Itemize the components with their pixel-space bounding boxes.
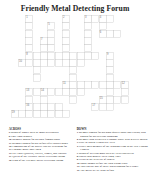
grid-blank bbox=[84, 67, 91, 74]
grid-cell[interactable] bbox=[70, 59, 77, 66]
grid-cell[interactable]: 6 bbox=[99, 30, 106, 37]
grid-blank bbox=[92, 111, 99, 118]
grid-cell[interactable] bbox=[77, 81, 84, 88]
grid-blank bbox=[121, 23, 128, 30]
grid-blank bbox=[26, 74, 33, 81]
grid-blank bbox=[18, 81, 25, 88]
grid-cell[interactable] bbox=[48, 103, 55, 110]
grid-cell[interactable] bbox=[70, 89, 77, 96]
across-clue-column: ACROSS 5 Brand of digger used by most de… bbox=[9, 127, 75, 161]
grid-cell[interactable] bbox=[26, 111, 33, 118]
grid-blank bbox=[128, 111, 135, 118]
grid-blank bbox=[114, 103, 121, 110]
grid-cell[interactable] bbox=[26, 45, 33, 52]
grid-cell[interactable] bbox=[26, 30, 33, 37]
grid-blank bbox=[11, 81, 18, 88]
grid-blank bbox=[106, 111, 113, 118]
grid-blank bbox=[33, 81, 40, 88]
grid-blank bbox=[121, 30, 128, 37]
grid-blank bbox=[55, 23, 62, 30]
grid-blank bbox=[128, 45, 135, 52]
grid-cell[interactable]: 4 bbox=[99, 15, 106, 22]
clue-number: 15 bbox=[100, 96, 103, 99]
grid-cell[interactable] bbox=[55, 89, 62, 96]
grid-cell[interactable]: 12 bbox=[121, 81, 128, 88]
grid-blank bbox=[70, 103, 77, 110]
grid-blank bbox=[11, 74, 18, 81]
grid-blank bbox=[55, 74, 62, 81]
grid-cell[interactable] bbox=[48, 111, 55, 118]
grid-blank bbox=[99, 52, 106, 59]
grid-blank bbox=[55, 15, 62, 22]
grid-cell[interactable] bbox=[99, 81, 106, 88]
grid-blank bbox=[26, 67, 33, 74]
grid-blank bbox=[48, 96, 55, 103]
grid-blank bbox=[92, 89, 99, 96]
grid-blank bbox=[33, 37, 40, 44]
grid-blank bbox=[92, 59, 99, 66]
grid-cell[interactable] bbox=[33, 52, 40, 59]
grid-cell[interactable] bbox=[40, 96, 47, 103]
grid-cell[interactable] bbox=[26, 59, 33, 66]
grid-blank bbox=[18, 89, 25, 96]
grid-blank bbox=[70, 15, 77, 22]
grid-blank bbox=[106, 45, 113, 52]
grid-cell[interactable] bbox=[48, 59, 55, 66]
clue-number: 14 bbox=[41, 89, 44, 92]
grid-blank bbox=[114, 74, 121, 81]
clue-number: 3 bbox=[85, 16, 86, 19]
grid-blank bbox=[77, 15, 84, 22]
grid-blank bbox=[77, 74, 84, 81]
grid-blank bbox=[136, 74, 143, 81]
grid-cell[interactable] bbox=[114, 96, 121, 103]
grid-cell[interactable] bbox=[92, 52, 99, 59]
grid-blank bbox=[136, 96, 143, 103]
clue-number: 9 bbox=[107, 52, 108, 55]
clue-number: 5 bbox=[48, 23, 49, 26]
grid-cell[interactable] bbox=[84, 23, 91, 30]
grid-cell[interactable] bbox=[62, 52, 69, 59]
clue-number: 4 bbox=[100, 16, 101, 19]
grid-blank bbox=[62, 67, 69, 74]
grid-blank bbox=[11, 23, 18, 30]
grid-cell[interactable] bbox=[55, 103, 62, 110]
grid-cell[interactable] bbox=[40, 45, 47, 52]
grid-cell[interactable]: 3 bbox=[84, 15, 91, 22]
grid-cell[interactable] bbox=[40, 59, 47, 66]
grid-blank bbox=[92, 96, 99, 103]
grid-cell[interactable]: 1 bbox=[26, 15, 33, 22]
grid-blank bbox=[18, 67, 25, 74]
grid-blank bbox=[33, 45, 40, 52]
grid-cell[interactable]: 15 bbox=[99, 96, 106, 103]
grid-blank bbox=[77, 45, 84, 52]
grid-blank bbox=[77, 96, 84, 103]
page-title: Friendly Metal Detecting Forum bbox=[0, 4, 150, 13]
grid-blank bbox=[84, 89, 91, 96]
grid-cell[interactable] bbox=[40, 103, 47, 110]
grid-blank bbox=[11, 45, 18, 52]
grid-blank bbox=[84, 103, 91, 110]
grid-cell[interactable]: 19 bbox=[11, 111, 18, 118]
grid-cell[interactable] bbox=[70, 52, 77, 59]
grid-blank bbox=[40, 81, 47, 88]
grid-blank bbox=[18, 103, 25, 110]
grid-blank bbox=[55, 37, 62, 44]
grid-cell[interactable] bbox=[121, 96, 128, 103]
grid-blank bbox=[136, 23, 143, 30]
grid-cell[interactable] bbox=[26, 96, 33, 103]
grid-blank bbox=[106, 37, 113, 44]
grid-blank bbox=[18, 30, 25, 37]
grid-cell[interactable] bbox=[106, 96, 113, 103]
grid-blank bbox=[33, 30, 40, 37]
grid-blank bbox=[121, 103, 128, 110]
grid-cell[interactable] bbox=[40, 111, 47, 118]
grid-cell[interactable] bbox=[84, 45, 91, 52]
clue-number: 13 bbox=[26, 89, 29, 92]
grid-cell[interactable] bbox=[77, 52, 84, 59]
grid-cell[interactable] bbox=[62, 37, 69, 44]
grid-cell[interactable] bbox=[62, 111, 69, 118]
grid-cell[interactable]: 10 bbox=[18, 59, 25, 66]
grid-cell[interactable]: 16 bbox=[26, 103, 33, 110]
grid-blank bbox=[84, 59, 91, 66]
grid-blank bbox=[121, 74, 128, 81]
grid-blank bbox=[55, 81, 62, 88]
grid-blank bbox=[55, 96, 62, 103]
clue-number: 12 bbox=[122, 82, 125, 85]
grid-cell[interactable] bbox=[18, 111, 25, 118]
grid-blank bbox=[92, 23, 99, 30]
grid-cell[interactable] bbox=[62, 89, 69, 96]
clue-number: 6 bbox=[100, 30, 101, 33]
grid-blank bbox=[121, 15, 128, 22]
grid-cell[interactable] bbox=[92, 81, 99, 88]
grid-blank bbox=[11, 30, 18, 37]
grid-blank bbox=[136, 111, 143, 118]
grid-blank bbox=[48, 74, 55, 81]
grid-cell[interactable] bbox=[99, 23, 106, 30]
grid-cell[interactable] bbox=[62, 59, 69, 66]
grid-cell[interactable] bbox=[106, 81, 113, 88]
grid-blank bbox=[128, 52, 135, 59]
grid-cell[interactable] bbox=[62, 45, 69, 52]
grid-blank bbox=[136, 59, 143, 66]
grid-cell[interactable] bbox=[48, 89, 55, 96]
grid-blank bbox=[84, 111, 91, 118]
grid-blank bbox=[11, 37, 18, 44]
grid-blank bbox=[121, 45, 128, 52]
crossword-grid: 123456789101112131415161719 bbox=[11, 15, 143, 118]
grid-blank bbox=[99, 89, 106, 96]
grid-blank bbox=[121, 67, 128, 74]
grid-blank bbox=[128, 74, 135, 81]
grid-blank bbox=[114, 23, 121, 30]
grid-cell[interactable] bbox=[84, 30, 91, 37]
grid-cell[interactable] bbox=[99, 103, 106, 110]
grid-cell[interactable] bbox=[106, 103, 113, 110]
grid-cell[interactable] bbox=[106, 89, 113, 96]
grid-cell[interactable] bbox=[106, 30, 113, 37]
grid-cell[interactable] bbox=[26, 37, 33, 44]
grid-cell[interactable] bbox=[33, 103, 40, 110]
grid-cell[interactable] bbox=[55, 59, 62, 66]
grid-cell[interactable] bbox=[70, 96, 77, 103]
clue-item-number: 15 bbox=[77, 168, 81, 171]
grid-blank bbox=[11, 15, 18, 22]
grid-blank bbox=[70, 23, 77, 30]
grid-cell[interactable]: 13 bbox=[26, 89, 33, 96]
grid-blank bbox=[128, 30, 135, 37]
grid-blank bbox=[114, 45, 121, 52]
grid-blank bbox=[114, 67, 121, 74]
grid-blank bbox=[136, 89, 143, 96]
grid-cell[interactable] bbox=[106, 67, 113, 74]
grid-blank bbox=[48, 67, 55, 74]
grid-blank bbox=[136, 30, 143, 37]
grid-blank bbox=[92, 74, 99, 81]
grid-blank bbox=[11, 96, 18, 103]
grid-blank bbox=[33, 96, 40, 103]
grid-cell[interactable] bbox=[48, 52, 55, 59]
grid-blank bbox=[77, 30, 84, 37]
grid-cell[interactable] bbox=[62, 30, 69, 37]
grid-blank bbox=[136, 52, 143, 59]
grid-blank bbox=[128, 89, 135, 96]
grid-blank bbox=[114, 37, 121, 44]
grid-cell[interactable] bbox=[33, 111, 40, 118]
grid-blank bbox=[136, 37, 143, 44]
grid-cell[interactable] bbox=[84, 52, 91, 59]
grid-blank bbox=[77, 103, 84, 110]
grid-blank bbox=[99, 74, 106, 81]
grid-blank bbox=[121, 111, 128, 118]
grid-cell[interactable] bbox=[33, 59, 40, 66]
grid-blank bbox=[128, 96, 135, 103]
grid-cell[interactable] bbox=[33, 67, 40, 74]
grid-blank bbox=[62, 74, 69, 81]
clue-number: 16 bbox=[26, 104, 29, 107]
grid-cell[interactable]: 8 bbox=[26, 52, 33, 59]
grid-blank bbox=[121, 52, 128, 59]
grid-cell[interactable] bbox=[40, 52, 47, 59]
clue-item: 15 The metal we all want to find bbox=[77, 168, 148, 171]
grid-blank bbox=[128, 103, 135, 110]
grid-cell[interactable] bbox=[114, 81, 121, 88]
grid-blank bbox=[136, 81, 143, 88]
grid-blank bbox=[40, 23, 47, 30]
grid-blank bbox=[128, 81, 135, 88]
grid-blank bbox=[128, 15, 135, 22]
clue-item-number: 4 bbox=[77, 144, 79, 147]
grid-blank bbox=[121, 37, 128, 44]
grid-blank bbox=[11, 103, 18, 110]
grid-blank bbox=[114, 15, 121, 22]
grid-blank bbox=[136, 45, 143, 52]
grid-cell[interactable] bbox=[55, 52, 62, 59]
grid-blank bbox=[18, 52, 25, 59]
grid-cell[interactable] bbox=[48, 37, 55, 44]
grid-blank bbox=[33, 15, 40, 22]
grid-cell[interactable] bbox=[33, 74, 40, 81]
across-clue-list: 5 Brand of digger used by most detectori… bbox=[9, 131, 75, 162]
grid-blank bbox=[18, 45, 25, 52]
grid-cell[interactable] bbox=[55, 111, 62, 118]
grid-cell[interactable] bbox=[84, 81, 91, 88]
grid-blank bbox=[62, 96, 69, 103]
grid-blank bbox=[55, 67, 62, 74]
grid-cell[interactable] bbox=[70, 74, 77, 81]
grid-cell[interactable]: 7 bbox=[40, 37, 47, 44]
grid-cell[interactable]: 5 bbox=[48, 23, 55, 30]
grid-blank bbox=[92, 37, 99, 44]
grid-cell[interactable] bbox=[106, 15, 113, 22]
grid-blank bbox=[136, 15, 143, 22]
grid-blank bbox=[11, 89, 18, 96]
grid-blank bbox=[77, 37, 84, 44]
grid-cell[interactable] bbox=[77, 89, 84, 96]
grid-blank bbox=[99, 45, 106, 52]
grid-blank bbox=[18, 74, 25, 81]
grid-cell[interactable]: 2 bbox=[62, 15, 69, 22]
grid-blank bbox=[92, 45, 99, 52]
grid-blank bbox=[128, 59, 135, 66]
grid-blank bbox=[55, 30, 62, 37]
grid-blank bbox=[77, 23, 84, 30]
grid-cell[interactable] bbox=[62, 23, 69, 30]
grid-blank bbox=[92, 30, 99, 37]
grid-blank bbox=[40, 15, 47, 22]
grid-blank bbox=[70, 45, 77, 52]
grid-cell[interactable] bbox=[70, 81, 77, 88]
grid-blank bbox=[114, 59, 121, 66]
clue-number: 2 bbox=[63, 16, 64, 19]
grid-cell[interactable] bbox=[84, 37, 91, 44]
clue-item-number: 19 bbox=[9, 158, 13, 161]
crossword-page: Friendly Metal Detecting Forum 123456789… bbox=[0, 0, 150, 187]
grid-blank bbox=[18, 37, 25, 44]
grid-blank bbox=[128, 37, 135, 44]
grid-cell[interactable]: 14 bbox=[40, 89, 47, 96]
grid-blank bbox=[11, 59, 18, 66]
grid-blank bbox=[84, 74, 91, 81]
grid-blank bbox=[11, 52, 18, 59]
clue-number: 1 bbox=[26, 16, 27, 19]
grid-cell[interactable] bbox=[106, 74, 113, 81]
grid-blank bbox=[70, 30, 77, 37]
grid-blank bbox=[33, 23, 40, 30]
grid-blank bbox=[40, 74, 47, 81]
grid-cell[interactable]: 17 bbox=[92, 103, 99, 110]
grid-cell[interactable]: 9 bbox=[106, 52, 113, 59]
grid-cell[interactable] bbox=[26, 23, 33, 30]
grid-blank bbox=[128, 23, 135, 30]
grid-blank bbox=[99, 111, 106, 118]
grid-cell[interactable] bbox=[121, 89, 128, 96]
clue-number: 10 bbox=[19, 60, 22, 63]
clue-number: 7 bbox=[41, 38, 42, 41]
grid-blank bbox=[114, 111, 121, 118]
down-clue-column: DOWN 1 Member known for his high-quality… bbox=[77, 127, 148, 171]
grid-blank bbox=[77, 67, 84, 74]
grid-blank bbox=[106, 23, 113, 30]
clue-item-number: 1 bbox=[77, 131, 79, 134]
grid-blank bbox=[128, 67, 135, 74]
grid-cell[interactable] bbox=[48, 30, 55, 37]
grid-blank bbox=[40, 67, 47, 74]
clue-number: 11 bbox=[63, 82, 66, 85]
grid-blank bbox=[18, 23, 25, 30]
grid-blank bbox=[62, 103, 69, 110]
grid-blank bbox=[99, 67, 106, 74]
grid-blank bbox=[136, 103, 143, 110]
grid-cell[interactable] bbox=[114, 30, 121, 37]
grid-cell[interactable] bbox=[70, 67, 77, 74]
grid-blank bbox=[84, 96, 91, 103]
grid-cell[interactable] bbox=[77, 59, 84, 66]
grid-blank bbox=[26, 81, 33, 88]
grid-blank bbox=[121, 59, 128, 66]
grid-blank bbox=[114, 52, 121, 59]
grid-blank bbox=[92, 67, 99, 74]
grid-blank bbox=[11, 67, 18, 74]
clue-number: 8 bbox=[26, 52, 27, 55]
grid-blank bbox=[136, 67, 143, 74]
down-clue-list: 1 Member known for his high-quality post… bbox=[77, 131, 148, 172]
grid-blank bbox=[18, 96, 25, 103]
grid-cell[interactable] bbox=[92, 15, 99, 22]
grid-cell[interactable] bbox=[33, 89, 40, 96]
grid-blank bbox=[114, 89, 121, 96]
grid-blank bbox=[48, 81, 55, 88]
grid-cell[interactable]: 11 bbox=[62, 81, 69, 88]
grid-blank bbox=[99, 37, 106, 44]
grid-blank bbox=[77, 111, 84, 118]
grid-blank bbox=[99, 59, 106, 66]
grid-cell[interactable] bbox=[48, 45, 55, 52]
clue-item: 19 King of the Friendly Metal Detecting … bbox=[9, 158, 75, 161]
grid-blank bbox=[70, 111, 77, 118]
grid-blank bbox=[40, 30, 47, 37]
grid-blank bbox=[48, 15, 55, 22]
grid-cell[interactable] bbox=[106, 59, 113, 66]
clue-number: 19 bbox=[12, 111, 15, 114]
grid-blank bbox=[70, 37, 77, 44]
grid-blank bbox=[55, 45, 62, 52]
grid-blank bbox=[18, 15, 25, 22]
clue-number: 17 bbox=[92, 104, 95, 107]
